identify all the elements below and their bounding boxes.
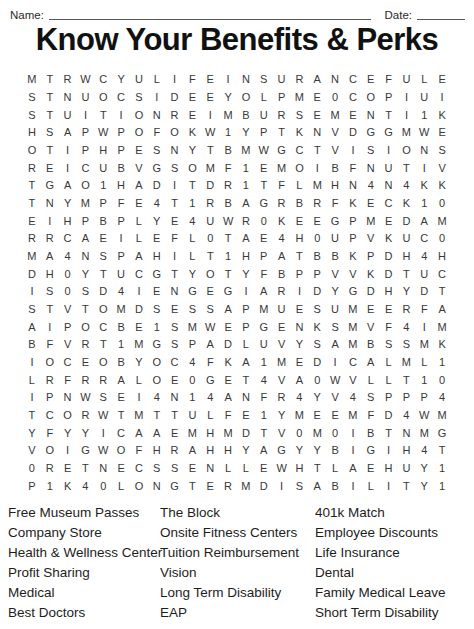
grid-cell-r21c11: H bbox=[201, 424, 219, 442]
grid-cell-r5c11: T bbox=[201, 142, 219, 160]
grid-cell-r24c5: 0 bbox=[94, 477, 112, 495]
grid-cell-r14c16: E bbox=[291, 301, 309, 319]
grid-cell-r16c5: T bbox=[94, 336, 112, 354]
grid-cell-r24c15: I bbox=[273, 477, 291, 495]
grid-cell-r18c1: L bbox=[23, 371, 41, 389]
word-item: Dental bbox=[315, 563, 474, 583]
name-label: Name: bbox=[10, 9, 44, 21]
grid-cell-r2c2: T bbox=[41, 89, 59, 107]
grid-cell-r14c3: V bbox=[59, 301, 77, 319]
grid-cell-r22c4: G bbox=[77, 442, 95, 460]
grid-cell-r16c20: B bbox=[362, 336, 380, 354]
grid-cell-r2c18: 0 bbox=[326, 89, 344, 107]
grid-cell-r20c7: M bbox=[130, 407, 148, 425]
grid-cell-r5c8: S bbox=[148, 142, 166, 160]
grid-cell-r2c6: C bbox=[112, 89, 130, 107]
grid-cell-r21c23: M bbox=[415, 424, 433, 442]
grid-cell-r3c8: N bbox=[148, 106, 166, 124]
grid-cell-r15c12: E bbox=[219, 318, 237, 336]
grid-cell-r20c23: W bbox=[415, 407, 433, 425]
grid-cell-r14c11: S bbox=[201, 301, 219, 319]
grid-cell-r14c22: R bbox=[398, 301, 416, 319]
grid-cell-r14c7: D bbox=[130, 301, 148, 319]
grid-cell-r4c23: W bbox=[415, 124, 433, 142]
word-item: Vision bbox=[160, 563, 315, 583]
grid-cell-r4c20: G bbox=[362, 124, 380, 142]
grid-cell-r10c8: E bbox=[148, 230, 166, 248]
grid-cell-r18c5: R bbox=[94, 371, 112, 389]
grid-cell-r11c1: M bbox=[23, 248, 41, 266]
grid-cell-r5c17: T bbox=[308, 142, 326, 160]
grid-cell-r12c8: G bbox=[148, 265, 166, 283]
grid-cell-r22c10: A bbox=[184, 442, 202, 460]
grid-cell-r8c3: Y bbox=[59, 195, 77, 213]
grid-cell-r15c6: B bbox=[112, 318, 130, 336]
grid-cell-r9c17: E bbox=[308, 212, 326, 230]
grid-cell-r16c2: F bbox=[41, 336, 59, 354]
grid-cell-r21c3: Y bbox=[59, 424, 77, 442]
grid-cell-r1c20: E bbox=[362, 71, 380, 89]
grid-cell-r19c9: N bbox=[166, 389, 184, 407]
grid-cell-r10c2: R bbox=[41, 230, 59, 248]
grid-cell-r18c10: 0 bbox=[184, 371, 202, 389]
grid-cell-r16c7: M bbox=[130, 336, 148, 354]
grid-cell-r7c10: T bbox=[184, 177, 202, 195]
grid-cell-r14c4: T bbox=[77, 301, 95, 319]
grid-cell-r9c6: P bbox=[112, 212, 130, 230]
grid-cell-r8c7: E bbox=[130, 195, 148, 213]
grid-cell-r13c8: E bbox=[148, 283, 166, 301]
grid-cell-r2c5: O bbox=[94, 89, 112, 107]
grid-cell-r12c6: U bbox=[112, 265, 130, 283]
grid-cell-r1c7: U bbox=[130, 71, 148, 89]
grid-cell-r23c6: E bbox=[112, 460, 130, 478]
grid-cell-r4c14: P bbox=[255, 124, 273, 142]
grid-cell-r8c19: K bbox=[344, 195, 362, 213]
grid-cell-r2c3: N bbox=[59, 89, 77, 107]
grid-cell-r23c24: 1 bbox=[433, 460, 451, 478]
grid-cell-r17c15: M bbox=[273, 354, 291, 372]
grid-cell-r24c14: D bbox=[255, 477, 273, 495]
grid-cell-r16c3: V bbox=[59, 336, 77, 354]
grid-cell-r19c3: N bbox=[59, 389, 77, 407]
grid-cell-r19c17: Y bbox=[308, 389, 326, 407]
grid-cell-r15c7: E bbox=[130, 318, 148, 336]
grid-cell-r19c12: A bbox=[219, 389, 237, 407]
grid-cell-r19c14: F bbox=[255, 389, 273, 407]
grid-cell-r9c18: G bbox=[326, 212, 344, 230]
grid-cell-r18c14: 4 bbox=[255, 371, 273, 389]
grid-cell-r2c13: O bbox=[237, 89, 255, 107]
grid-cell-r9c14: 0 bbox=[255, 212, 273, 230]
grid-cell-r11c2: A bbox=[41, 248, 59, 266]
grid-cell-r3c17: E bbox=[308, 106, 326, 124]
word-item: Profit Sharing bbox=[8, 563, 160, 583]
grid-cell-r12c16: P bbox=[291, 265, 309, 283]
grid-cell-r18c19: V bbox=[344, 371, 362, 389]
grid-cell-r24c24: 1 bbox=[433, 477, 451, 495]
grid-cell-r10c11: 0 bbox=[201, 230, 219, 248]
grid-cell-r2c14: L bbox=[255, 89, 273, 107]
grid-cell-r9c5: B bbox=[94, 212, 112, 230]
grid-cell-r10c9: F bbox=[166, 230, 184, 248]
grid-cell-r11c10: L bbox=[184, 248, 202, 266]
grid-cell-r3c6: I bbox=[112, 106, 130, 124]
grid-cell-r5c4: P bbox=[77, 142, 95, 160]
grid-cell-r20c3: O bbox=[59, 407, 77, 425]
grid-cell-r7c24: K bbox=[433, 177, 451, 195]
grid-cell-r11c24: H bbox=[433, 248, 451, 266]
grid-cell-r6c11: M bbox=[201, 159, 219, 177]
grid-cell-r3c15: R bbox=[273, 106, 291, 124]
grid-cell-r9c8: Y bbox=[148, 212, 166, 230]
grid-cell-r22c23: 4 bbox=[415, 442, 433, 460]
grid-cell-r23c21: H bbox=[380, 460, 398, 478]
grid-cell-r17c12: K bbox=[219, 354, 237, 372]
grid-cell-r10c15: 4 bbox=[273, 230, 291, 248]
grid-cell-r23c22: U bbox=[398, 460, 416, 478]
grid-cell-r23c14: E bbox=[255, 460, 273, 478]
grid-cell-r20c2: C bbox=[41, 407, 59, 425]
grid-cell-r16c12: D bbox=[219, 336, 237, 354]
grid-cell-r2c11: E bbox=[201, 89, 219, 107]
grid-cell-r20c18: E bbox=[326, 407, 344, 425]
grid-cell-r3c3: U bbox=[59, 106, 77, 124]
word-item: EAP bbox=[160, 603, 315, 623]
grid-cell-r17c1: I bbox=[23, 354, 41, 372]
grid-cell-r3c23: 1 bbox=[415, 106, 433, 124]
grid-cell-r9c11: U bbox=[201, 212, 219, 230]
grid-cell-r1c8: L bbox=[148, 71, 166, 89]
grid-cell-r24c19: I bbox=[344, 477, 362, 495]
grid-cell-r22c20: G bbox=[362, 442, 380, 460]
grid-cell-r18c8: O bbox=[148, 371, 166, 389]
grid-cell-r21c13: D bbox=[237, 424, 255, 442]
grid-cell-r10c3: C bbox=[59, 230, 77, 248]
grid-cell-r5c12: B bbox=[219, 142, 237, 160]
grid-cell-r11c3: 4 bbox=[59, 248, 77, 266]
grid-cell-r13c13: I bbox=[237, 283, 255, 301]
grid-cell-r12c22: T bbox=[398, 265, 416, 283]
grid-cell-r5c1: O bbox=[23, 142, 41, 160]
grid-cell-r22c16: Y bbox=[291, 442, 309, 460]
grid-cell-r9c7: L bbox=[130, 212, 148, 230]
grid-cell-r10c1: R bbox=[23, 230, 41, 248]
grid-cell-r11c21: D bbox=[380, 248, 398, 266]
grid-cell-r9c16: E bbox=[291, 212, 309, 230]
grid-cell-r6c10: O bbox=[184, 159, 202, 177]
grid-cell-r8c4: M bbox=[77, 195, 95, 213]
grid-cell-r5c7: E bbox=[130, 142, 148, 160]
grid-cell-r13c5: D bbox=[94, 283, 112, 301]
grid-cell-r17c3: C bbox=[59, 354, 77, 372]
grid-cell-r18c13: T bbox=[237, 371, 255, 389]
grid-cell-r18c4: R bbox=[77, 371, 95, 389]
grid-cell-r1c17: A bbox=[308, 71, 326, 89]
grid-cell-r8c14: G bbox=[255, 195, 273, 213]
grid-cell-r21c18: 0 bbox=[326, 424, 344, 442]
grid-cell-r12c18: V bbox=[326, 265, 344, 283]
grid-cell-r18c2: R bbox=[41, 371, 59, 389]
grid-cell-r13c9: N bbox=[166, 283, 184, 301]
grid-cell-r13c12: G bbox=[219, 283, 237, 301]
grid-cell-r24c18: B bbox=[326, 477, 344, 495]
grid-cell-r14c19: M bbox=[344, 301, 362, 319]
grid-cell-r17c7: Y bbox=[130, 354, 148, 372]
grid-cell-r4c19: D bbox=[344, 124, 362, 142]
grid-cell-r19c7: I bbox=[130, 389, 148, 407]
grid-cell-r23c2: R bbox=[41, 460, 59, 478]
grid-cell-r7c4: O bbox=[77, 177, 95, 195]
grid-cell-r13c19: G bbox=[344, 283, 362, 301]
grid-cell-r11c16: T bbox=[291, 248, 309, 266]
grid-cell-r2c19: C bbox=[344, 89, 362, 107]
grid-cell-r8c6: F bbox=[112, 195, 130, 213]
grid-cell-r13c17: D bbox=[308, 283, 326, 301]
grid-cell-r5c18: V bbox=[326, 142, 344, 160]
grid-cell-r20c19: M bbox=[344, 407, 362, 425]
grid-cell-r10c21: K bbox=[380, 230, 398, 248]
grid-cell-r9c23: A bbox=[415, 212, 433, 230]
grid-cell-r20c13: E bbox=[237, 407, 255, 425]
grid-cell-r23c20: E bbox=[362, 460, 380, 478]
grid-cell-r16c9: S bbox=[166, 336, 184, 354]
grid-cell-r10c4: A bbox=[77, 230, 95, 248]
grid-cell-r15c2: I bbox=[41, 318, 59, 336]
grid-cell-r14c18: U bbox=[326, 301, 344, 319]
grid-cell-r6c21: U bbox=[380, 159, 398, 177]
grid-cell-r15c15: E bbox=[273, 318, 291, 336]
grid-cell-r17c10: 4 bbox=[184, 354, 202, 372]
grid-cell-r19c18: V bbox=[326, 389, 344, 407]
grid-cell-r15c4: O bbox=[77, 318, 95, 336]
grid-cell-r1c10: F bbox=[184, 71, 202, 89]
grid-cell-r7c1: T bbox=[23, 177, 41, 195]
grid-cell-r15c23: I bbox=[415, 318, 433, 336]
grid-cell-r22c5: W bbox=[94, 442, 112, 460]
grid-cell-r19c13: N bbox=[237, 389, 255, 407]
grid-cell-r12c15: B bbox=[273, 265, 291, 283]
grid-cell-r7c19: N bbox=[344, 177, 362, 195]
grid-cell-r7c20: 4 bbox=[362, 177, 380, 195]
grid-cell-r22c12: H bbox=[219, 442, 237, 460]
grid-cell-r17c24: 1 bbox=[433, 354, 451, 372]
grid-cell-r20c5: W bbox=[94, 407, 112, 425]
grid-cell-r15c11: W bbox=[201, 318, 219, 336]
grid-cell-r23c17: T bbox=[308, 460, 326, 478]
grid-cell-r5c10: Y bbox=[184, 142, 202, 160]
grid-cell-r7c17: M bbox=[308, 177, 326, 195]
grid-cell-r9c15: K bbox=[273, 212, 291, 230]
grid-cell-r11c18: B bbox=[326, 248, 344, 266]
grid-cell-r6c20: N bbox=[362, 159, 380, 177]
grid-cell-r22c18: B bbox=[326, 442, 344, 460]
grid-cell-r11c11: T bbox=[201, 248, 219, 266]
grid-cell-r15c9: S bbox=[166, 318, 184, 336]
grid-cell-r11c9: I bbox=[166, 248, 184, 266]
grid-cell-r9c21: E bbox=[380, 212, 398, 230]
grid-cell-r5c5: H bbox=[94, 142, 112, 160]
grid-cell-r14c1: S bbox=[23, 301, 41, 319]
grid-cell-r18c17: 0 bbox=[308, 371, 326, 389]
grid-cell-r4c3: A bbox=[59, 124, 77, 142]
grid-cell-r24c12: R bbox=[219, 477, 237, 495]
grid-cell-r13c10: G bbox=[184, 283, 202, 301]
grid-cell-r24c8: N bbox=[148, 477, 166, 495]
grid-cell-r6c16: O bbox=[291, 159, 309, 177]
grid-cell-r20c8: T bbox=[148, 407, 166, 425]
grid-cell-r6c4: C bbox=[77, 159, 95, 177]
grid-cell-r21c4: Y bbox=[77, 424, 95, 442]
grid-cell-r9c1: E bbox=[23, 212, 41, 230]
grid-cell-r5c15: G bbox=[273, 142, 291, 160]
grid-cell-r18c12: E bbox=[219, 371, 237, 389]
grid-cell-r20c17: E bbox=[308, 407, 326, 425]
word-item: Family Medical Leave bbox=[315, 583, 474, 603]
word-item: Employee Discounts bbox=[315, 523, 474, 543]
grid-cell-r20c15: Y bbox=[273, 407, 291, 425]
grid-cell-r23c11: N bbox=[201, 460, 219, 478]
word-list: Free Museum Passes Company Store Health … bbox=[8, 503, 474, 623]
grid-cell-r17c19: C bbox=[344, 354, 362, 372]
grid-cell-r13c22: Y bbox=[398, 283, 416, 301]
grid-cell-r7c8: D bbox=[148, 177, 166, 195]
grid-cell-r1c16: R bbox=[291, 71, 309, 89]
grid-cell-r1c2: T bbox=[41, 71, 59, 89]
grid-cell-r11c13: H bbox=[237, 248, 255, 266]
grid-cell-r10c6: I bbox=[112, 230, 130, 248]
grid-cell-r20c21: D bbox=[380, 407, 398, 425]
grid-cell-r16c1: B bbox=[23, 336, 41, 354]
grid-cell-r21c24: G bbox=[433, 424, 451, 442]
grid-cell-r16c18: A bbox=[326, 336, 344, 354]
grid-cell-r10c22: U bbox=[398, 230, 416, 248]
grid-cell-r15c20: V bbox=[362, 318, 380, 336]
grid-cell-r3c18: M bbox=[326, 106, 344, 124]
grid-cell-r5c22: O bbox=[398, 142, 416, 160]
grid-cell-r18c9: E bbox=[166, 371, 184, 389]
grid-cell-r3c13: B bbox=[237, 106, 255, 124]
grid-cell-r2c16: M bbox=[291, 89, 309, 107]
grid-cell-r23c1: 0 bbox=[23, 460, 41, 478]
word-search-grid: MTRWCYULIFEINSURANCEFULESTNUOCSIDEEYOLPM… bbox=[23, 71, 451, 495]
grid-cell-r14c6: M bbox=[112, 301, 130, 319]
grid-cell-r6c2: E bbox=[41, 159, 59, 177]
grid-cell-r8c5: P bbox=[94, 195, 112, 213]
grid-cell-r4c6: P bbox=[112, 124, 130, 142]
grid-cell-r15c16: N bbox=[291, 318, 309, 336]
grid-cell-r2c15: P bbox=[273, 89, 291, 107]
grid-cell-r14c17: S bbox=[308, 301, 326, 319]
grid-cell-r1c15: U bbox=[273, 71, 291, 89]
grid-cell-r24c2: 1 bbox=[41, 477, 59, 495]
grid-cell-r3c2: T bbox=[41, 106, 59, 124]
grid-cell-r13c16: I bbox=[291, 283, 309, 301]
grid-cell-r2c10: E bbox=[184, 89, 202, 107]
grid-cell-r5c21: I bbox=[380, 142, 398, 160]
grid-cell-r11c14: P bbox=[255, 248, 273, 266]
grid-cell-r23c3: E bbox=[59, 460, 77, 478]
grid-cell-r14c2: T bbox=[41, 301, 59, 319]
grid-cell-r14c24: A bbox=[433, 301, 451, 319]
grid-cell-r16c22: S bbox=[398, 336, 416, 354]
grid-cell-r22c7: F bbox=[130, 442, 148, 460]
grid-cell-r3c5: T bbox=[94, 106, 112, 124]
grid-cell-r13c4: S bbox=[77, 283, 95, 301]
grid-cell-r22c1: V bbox=[23, 442, 41, 460]
grid-cell-r2c22: I bbox=[398, 89, 416, 107]
grid-cell-r24c3: K bbox=[59, 477, 77, 495]
grid-cell-r10c16: H bbox=[291, 230, 309, 248]
grid-cell-r15c17: K bbox=[308, 318, 326, 336]
grid-cell-r16c24: K bbox=[433, 336, 451, 354]
grid-cell-r12c19: V bbox=[344, 265, 362, 283]
grid-cell-r12c3: 0 bbox=[59, 265, 77, 283]
grid-cell-r16c14: U bbox=[255, 336, 273, 354]
grid-cell-r17c2: O bbox=[41, 354, 59, 372]
grid-cell-r9c19: P bbox=[344, 212, 362, 230]
grid-cell-r15c24: M bbox=[433, 318, 451, 336]
grid-cell-r19c8: 4 bbox=[148, 389, 166, 407]
grid-cell-r11c7: A bbox=[130, 248, 148, 266]
grid-cell-r6c13: 1 bbox=[237, 159, 255, 177]
grid-cell-r9c24: M bbox=[433, 212, 451, 230]
grid-cell-r2c4: U bbox=[77, 89, 95, 107]
grid-cell-r4c21: G bbox=[380, 124, 398, 142]
grid-cell-r21c22: N bbox=[398, 424, 416, 442]
grid-cell-r20c16: M bbox=[291, 407, 309, 425]
grid-cell-r10c13: A bbox=[237, 230, 255, 248]
grid-cell-r21c19: I bbox=[344, 424, 362, 442]
grid-cell-r4c1: H bbox=[23, 124, 41, 142]
grid-cell-r7c6: H bbox=[112, 177, 130, 195]
grid-cell-r4c22: M bbox=[398, 124, 416, 142]
grid-cell-r10c23: C bbox=[415, 230, 433, 248]
grid-cell-r5c2: T bbox=[41, 142, 59, 160]
grid-cell-r8c10: 1 bbox=[184, 195, 202, 213]
grid-cell-r15c8: 1 bbox=[148, 318, 166, 336]
grid-cell-r19c20: S bbox=[362, 389, 380, 407]
grid-cell-r2c12: Y bbox=[219, 89, 237, 107]
grid-cell-r22c9: R bbox=[166, 442, 184, 460]
grid-cell-r1c1: M bbox=[23, 71, 41, 89]
grid-cell-r4c11: W bbox=[201, 124, 219, 142]
grid-cell-r12c20: K bbox=[362, 265, 380, 283]
grid-cell-r16c23: M bbox=[415, 336, 433, 354]
grid-cell-r10c24: 0 bbox=[433, 230, 451, 248]
grid-cell-r22c13: Y bbox=[237, 442, 255, 460]
grid-cell-r17c8: O bbox=[148, 354, 166, 372]
grid-cell-r2c20: O bbox=[362, 89, 380, 107]
grid-cell-r22c15: G bbox=[273, 442, 291, 460]
grid-cell-r8c9: T bbox=[166, 195, 184, 213]
grid-cell-r11c4: N bbox=[77, 248, 95, 266]
grid-cell-r4c12: 1 bbox=[219, 124, 237, 142]
grid-cell-r17c14: 1 bbox=[255, 354, 273, 372]
grid-cell-r15c13: P bbox=[237, 318, 255, 336]
grid-cell-r24c9: G bbox=[166, 477, 184, 495]
grid-cell-r18c24: 0 bbox=[433, 371, 451, 389]
grid-cell-r20c6: T bbox=[112, 407, 130, 425]
grid-cell-r22c8: H bbox=[148, 442, 166, 460]
grid-cell-r4c9: O bbox=[166, 124, 184, 142]
grid-cell-r14c10: S bbox=[184, 301, 202, 319]
grid-cell-r14c21: E bbox=[380, 301, 398, 319]
grid-cell-r7c21: N bbox=[380, 177, 398, 195]
grid-cell-r2c7: S bbox=[130, 89, 148, 107]
grid-cell-r8c22: K bbox=[398, 195, 416, 213]
grid-cell-r21c2: F bbox=[41, 424, 59, 442]
